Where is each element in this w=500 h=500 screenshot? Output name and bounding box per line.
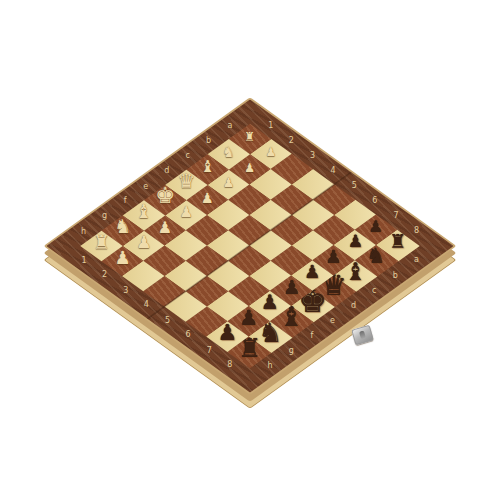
coord-label-6: 6 — [372, 197, 377, 205]
piece-white-king-e1: ♚ — [155, 185, 175, 207]
coord-label-c: c — [372, 287, 376, 295]
chess-board: abcdefgh abcdefgh 87654321 87654321 ♜♞♝♛… — [44, 97, 457, 394]
coord-label-3: 3 — [123, 287, 128, 295]
coord-label-h: h — [81, 227, 86, 235]
coord-label-3: 3 — [310, 152, 315, 160]
piece-black-pawn-a7: ♟ — [369, 219, 383, 235]
product-photo: abcdefgh abcdefgh 87654321 87654321 ♜♞♝♛… — [0, 0, 500, 500]
piece-white-pawn-b2: ♟ — [244, 161, 255, 173]
piece-white-pawn-h2: ♟ — [114, 249, 130, 267]
coord-label-5: 5 — [351, 182, 356, 190]
coord-label-g: g — [102, 212, 107, 220]
coord-label-6: 6 — [185, 332, 190, 340]
piece-white-pawn-g2: ♟ — [136, 234, 151, 251]
piece-black-pawn-c7: ♟ — [325, 248, 341, 266]
coord-label-4: 4 — [330, 167, 335, 175]
piece-white-pawn-e2: ♟ — [179, 205, 192, 220]
coord-label-7: 7 — [206, 347, 211, 355]
coord-label-b: b — [393, 272, 398, 280]
piece-white-rook-a1: ♜ — [245, 131, 256, 143]
coord-label-c: c — [185, 153, 189, 161]
piece-black-knight-b8: ♞ — [367, 246, 386, 267]
piece-white-knight-b1: ♞ — [222, 145, 235, 159]
coord-label-f: f — [311, 332, 314, 340]
coord-label-8: 8 — [414, 227, 419, 235]
coord-label-e: e — [143, 183, 148, 191]
coord-label-5: 5 — [165, 317, 170, 325]
coord-label-d: d — [164, 168, 169, 176]
coord-label-a: a — [414, 257, 419, 265]
board-3d-wrap: abcdefgh abcdefgh 87654321 87654321 ♜♞♝♛… — [44, 97, 457, 394]
coord-label-d: d — [351, 302, 356, 310]
piece-white-rook-h1: ♜ — [93, 233, 110, 252]
coord-label-4: 4 — [144, 302, 149, 310]
coord-label-f: f — [124, 197, 127, 205]
piece-white-queen-d1: ♛ — [177, 171, 195, 191]
coord-label-h: h — [268, 362, 273, 370]
piece-black-pawn-b7: ♟ — [347, 234, 362, 251]
coord-label-a: a — [227, 122, 232, 130]
piece-black-rook-a8: ♜ — [389, 233, 406, 252]
coord-label-1: 1 — [268, 122, 273, 130]
coord-label-2: 2 — [289, 137, 294, 145]
coord-label-8: 8 — [227, 362, 232, 370]
coord-label-1: 1 — [81, 257, 86, 265]
piece-black-pawn-e7: ♟ — [283, 278, 300, 297]
latch-pin — [359, 330, 366, 339]
piece-white-pawn-a2: ♟ — [266, 146, 277, 158]
piece-black-pawn-d7: ♟ — [304, 263, 320, 281]
coord-label-b: b — [206, 137, 211, 145]
piece-white-knight-g1: ♞ — [114, 218, 131, 237]
piece-white-pawn-d2: ♟ — [201, 190, 214, 204]
coord-label-2: 2 — [102, 272, 107, 280]
coord-label-7: 7 — [393, 212, 398, 220]
piece-white-pawn-c2: ♟ — [223, 176, 235, 189]
piece-white-pawn-f2: ♟ — [158, 220, 172, 236]
coord-label-g: g — [289, 346, 294, 354]
piece-white-bishop-f1: ♝ — [135, 202, 152, 221]
coord-label-e: e — [330, 317, 335, 325]
piece-white-bishop-c1: ♝ — [200, 159, 214, 175]
latch-clasp-icon — [351, 325, 374, 346]
